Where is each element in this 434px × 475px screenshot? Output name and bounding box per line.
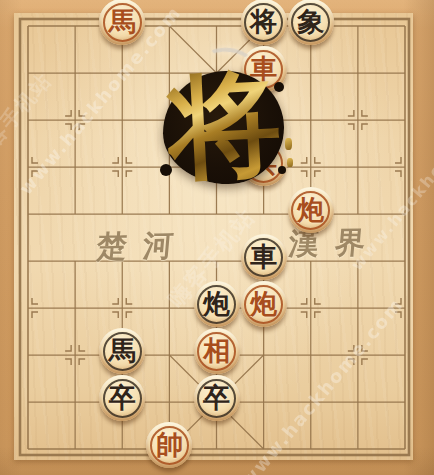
piece-glyph: 炮 bbox=[288, 187, 334, 233]
piece-black-卒[interactable]: 卒 bbox=[194, 375, 240, 421]
piece-black-車[interactable]: 車 bbox=[241, 234, 287, 280]
piece-black-卒[interactable]: 卒 bbox=[99, 375, 145, 421]
piece-glyph: 帥 bbox=[146, 422, 192, 468]
piece-red-炮[interactable]: 炮 bbox=[288, 187, 334, 233]
piece-black-象[interactable]: 象 bbox=[288, 0, 334, 45]
piece-red-炮[interactable]: 炮 bbox=[241, 281, 287, 327]
piece-glyph: 炮 bbox=[194, 281, 240, 327]
piece-black-炮[interactable]: 炮 bbox=[194, 281, 240, 327]
piece-red-車[interactable]: 車 bbox=[241, 46, 287, 92]
piece-glyph: 将 bbox=[241, 0, 287, 45]
xiangqi-board[interactable]: 楚河 漢界 馬将象車兵炮車炮炮馬相卒卒帥 将 www.hackhome.comw… bbox=[0, 0, 434, 475]
piece-glyph: 象 bbox=[288, 0, 334, 45]
piece-glyph: 兵 bbox=[241, 140, 287, 186]
piece-red-帥[interactable]: 帥 bbox=[146, 422, 192, 468]
river-label-left: 楚河 bbox=[95, 225, 191, 268]
piece-glyph: 相 bbox=[194, 328, 240, 374]
piece-black-馬[interactable]: 馬 bbox=[99, 328, 145, 374]
piece-red-馬[interactable]: 馬 bbox=[99, 0, 145, 45]
piece-glyph: 馬 bbox=[99, 0, 145, 45]
piece-glyph: 車 bbox=[241, 234, 287, 280]
piece-black-将[interactable]: 将 bbox=[241, 0, 287, 45]
piece-glyph: 馬 bbox=[99, 328, 145, 374]
piece-glyph: 卒 bbox=[194, 375, 240, 421]
piece-glyph: 炮 bbox=[241, 281, 287, 327]
piece-red-相[interactable]: 相 bbox=[194, 328, 240, 374]
piece-glyph: 卒 bbox=[99, 375, 145, 421]
piece-red-兵[interactable]: 兵 bbox=[241, 140, 287, 186]
piece-glyph: 車 bbox=[241, 46, 287, 92]
